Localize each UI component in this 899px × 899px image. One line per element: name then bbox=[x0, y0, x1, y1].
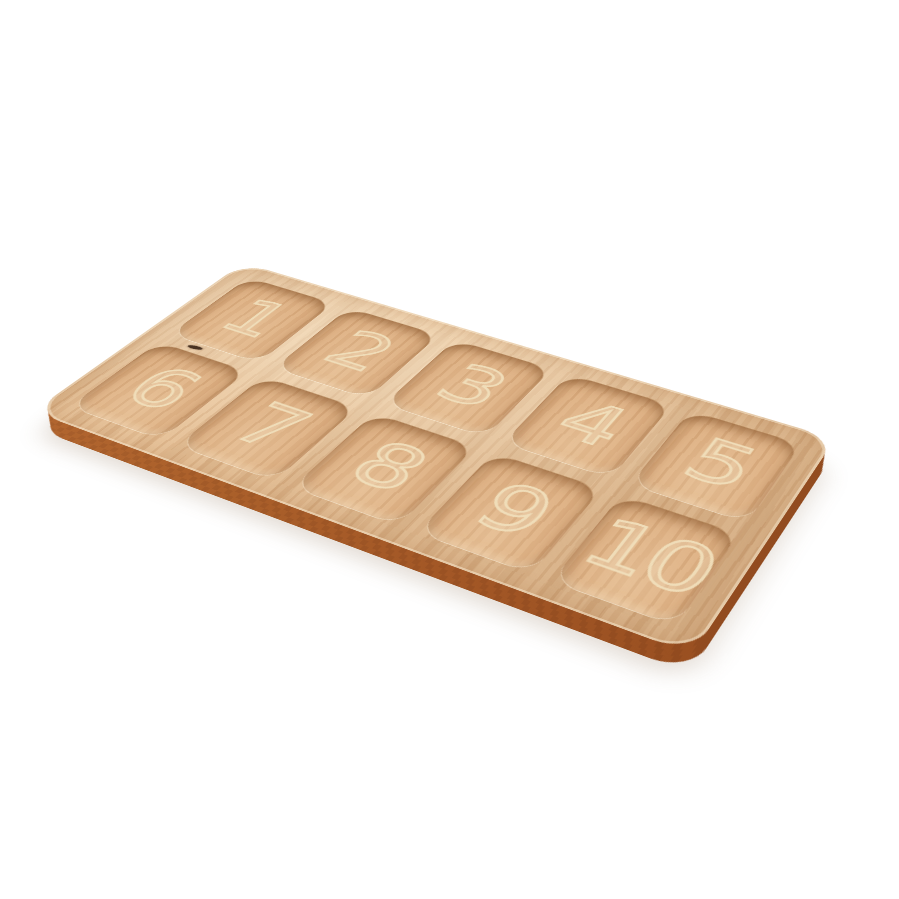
engraved-number-10: 10 bbox=[569, 509, 726, 607]
tray-cell-8: 8 bbox=[293, 413, 476, 525]
engraved-number-9: 9 bbox=[461, 474, 562, 547]
engraved-number-5: 5 bbox=[672, 430, 763, 497]
engraved-number-1: 1 bbox=[208, 293, 299, 344]
engraved-number-2: 2 bbox=[312, 324, 404, 378]
tray-cell-9: 9 bbox=[417, 453, 602, 574]
engraved-number-3: 3 bbox=[424, 357, 516, 415]
tray-cell-5: 5 bbox=[630, 411, 801, 523]
engraved-number-6: 6 bbox=[110, 359, 210, 418]
engraved-number-8: 8 bbox=[335, 433, 436, 500]
product-photo-stage: 1 2 3 4 5 6 7 bbox=[0, 0, 899, 899]
engraved-number-7: 7 bbox=[219, 395, 320, 458]
number-tray-board: 1 2 3 4 5 6 7 bbox=[32, 263, 835, 655]
tray-cell-10: 10 bbox=[552, 495, 739, 626]
engraved-number-4: 4 bbox=[543, 392, 635, 454]
